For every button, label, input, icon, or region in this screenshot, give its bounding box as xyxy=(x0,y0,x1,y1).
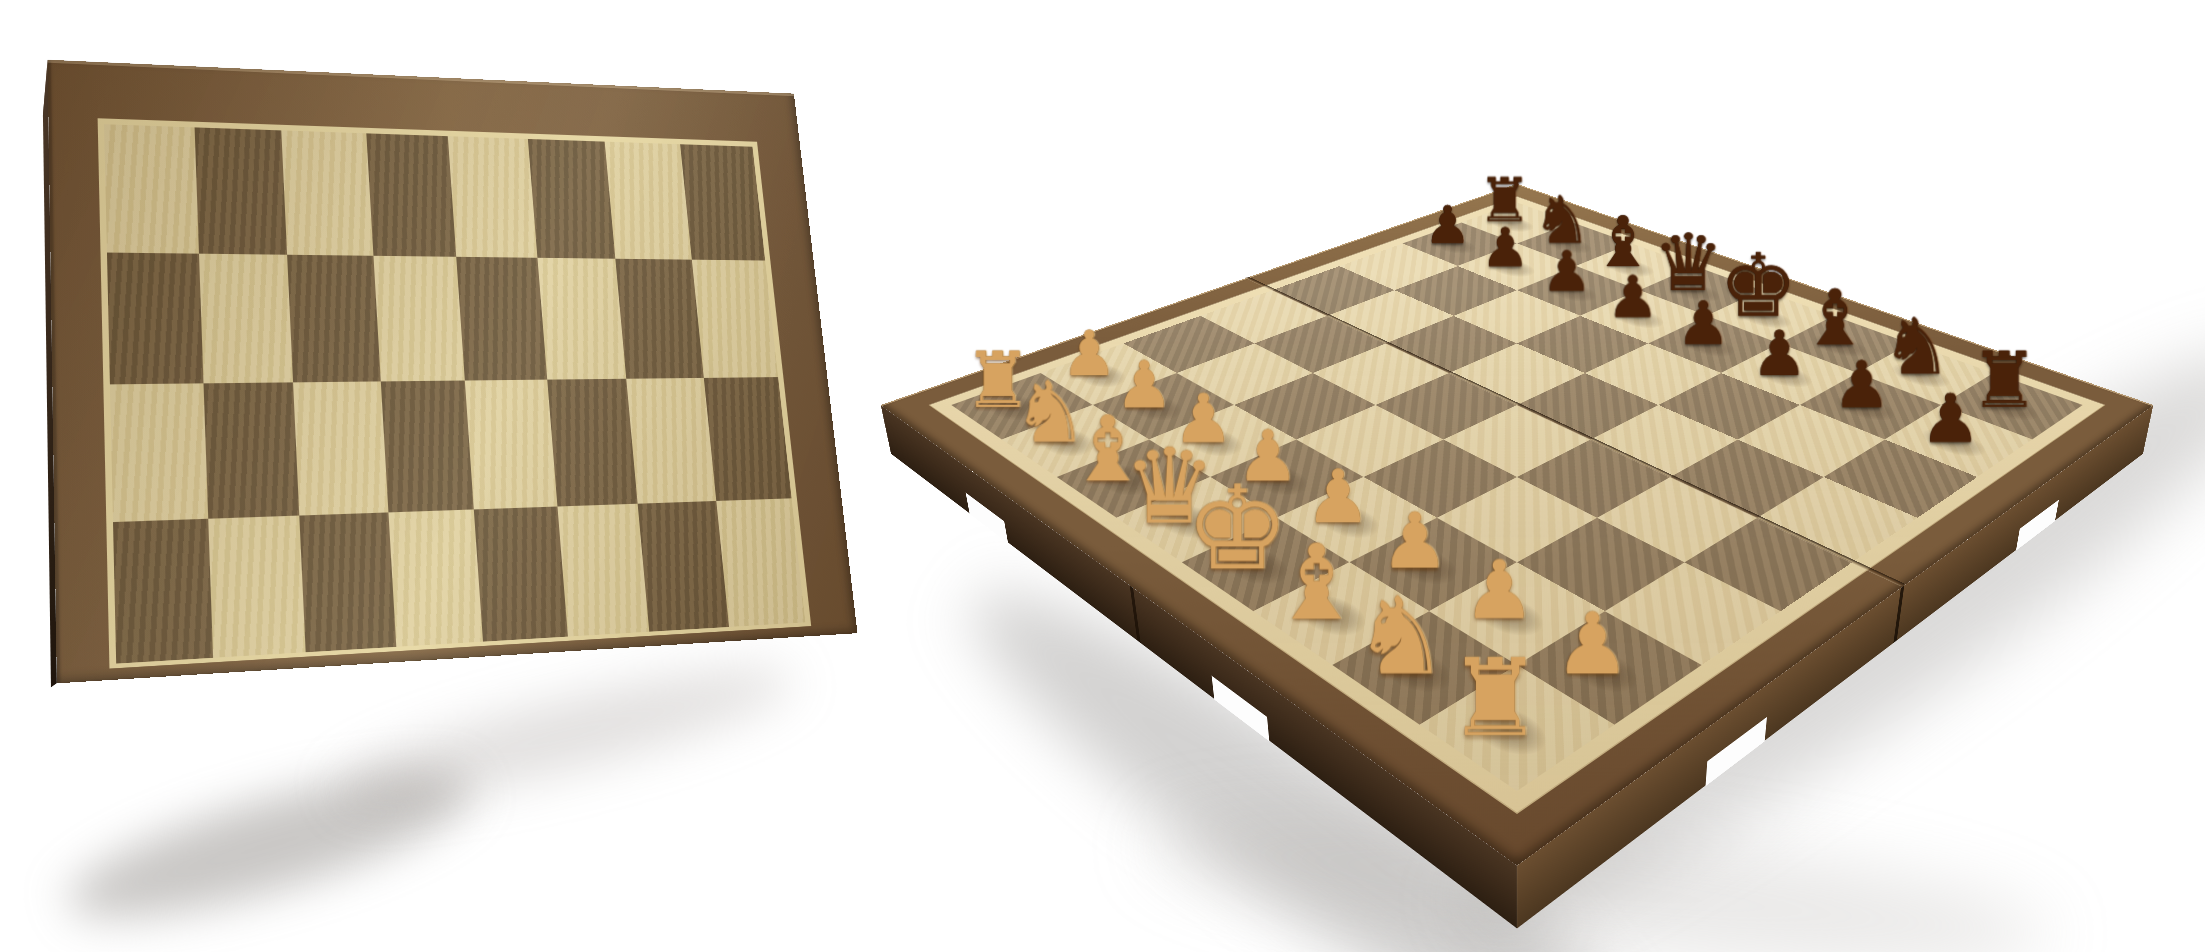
foot-notch xyxy=(1212,676,1270,741)
foot-notch xyxy=(2016,500,2059,551)
apron-front-seam xyxy=(1130,585,1141,643)
black-pawn: ♟ xyxy=(1676,294,1730,354)
black-pawn: ♟ xyxy=(1481,221,1530,275)
foot-notch xyxy=(966,493,1008,543)
black-pawn: ♟ xyxy=(1751,322,1807,384)
black-pawn: ♟ xyxy=(1832,352,1890,417)
white-rook: ♜ xyxy=(1447,645,1543,752)
white-pawn: ♟ xyxy=(1380,503,1449,580)
open-chess-board: ♜♞♝♛♚♝♞♜♟♟♟♟♟♟♟♟♟♟♟♟♟♟♟♟♜♞♝♛♚♝♞♜ xyxy=(1067,0,1967,855)
product-photo-scene: ♜♞♝♛♚♝♞♜♟♟♟♟♟♟♟♟♟♟♟♟♟♟♟♟♜♞♝♛♚♝♞♜ xyxy=(0,0,2205,952)
case-front-face xyxy=(48,60,858,684)
case-cast-shadow xyxy=(56,744,485,946)
black-pawn: ♟ xyxy=(1606,268,1658,326)
white-pawn: ♟ xyxy=(1554,601,1630,686)
black-pawn: ♟ xyxy=(1920,385,1981,453)
white-bishop: ♝ xyxy=(1270,531,1363,635)
black-pawn: ♟ xyxy=(1541,243,1591,299)
black-knight: ♞ xyxy=(1881,308,1951,386)
case-cast-shadow-2 xyxy=(329,644,802,826)
closed-chess-case xyxy=(48,60,858,684)
black-pawn: ♟ xyxy=(1424,199,1471,251)
foot-notch xyxy=(1705,717,1766,786)
board-plane: ♜♞♝♛♚♝♞♜♟♟♟♟♟♟♟♟♟♟♟♟♟♟♟♟♜♞♝♛♚♝♞♜ xyxy=(881,184,2154,866)
black-bishop: ♝ xyxy=(1800,279,1869,356)
white-pawn: ♟ xyxy=(1463,549,1536,630)
white-knight: ♞ xyxy=(1353,584,1449,691)
board-squares: ♜♞♝♛♚♝♞♜♟♟♟♟♟♟♟♟♟♟♟♟♟♟♟♟♜♞♝♛♚♝♞♜ xyxy=(951,203,2082,791)
apron-right-seam xyxy=(1893,585,1904,643)
